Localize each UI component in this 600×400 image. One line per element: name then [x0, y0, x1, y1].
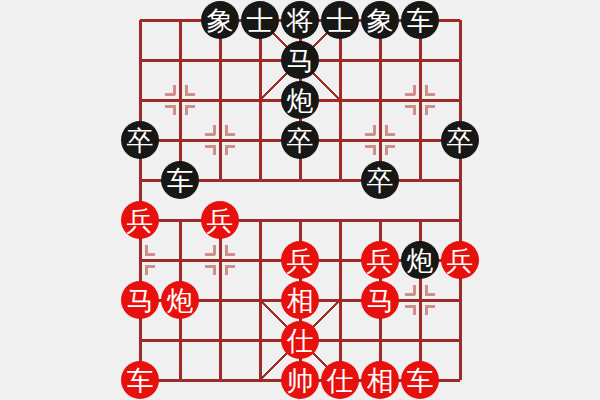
- board-point[interactable]: 相: [360, 360, 400, 400]
- black-piece-卒[interactable]: 卒: [441, 121, 479, 159]
- board-point[interactable]: [440, 320, 480, 360]
- board-point[interactable]: 车: [160, 160, 200, 200]
- board-point[interactable]: 卒: [440, 120, 480, 160]
- black-piece-炮[interactable]: 炮: [281, 81, 319, 119]
- board-point[interactable]: [360, 200, 400, 240]
- board-point[interactable]: [320, 160, 360, 200]
- red-piece-仕[interactable]: 仕: [281, 321, 319, 359]
- board-point[interactable]: [400, 120, 440, 160]
- board-point[interactable]: [240, 80, 280, 120]
- board-point[interactable]: [160, 360, 200, 400]
- board-point[interactable]: [440, 40, 480, 80]
- board-point[interactable]: [400, 320, 440, 360]
- board-point[interactable]: [400, 280, 440, 320]
- board-point[interactable]: 仕: [280, 320, 320, 360]
- black-piece-士[interactable]: 士: [321, 1, 359, 39]
- board-point[interactable]: [240, 160, 280, 200]
- board-point[interactable]: [400, 160, 440, 200]
- red-piece-车[interactable]: 车: [121, 361, 159, 399]
- board-point[interactable]: [440, 360, 480, 400]
- red-piece-帅[interactable]: 帅: [281, 361, 319, 399]
- board-point[interactable]: [200, 320, 240, 360]
- board-point[interactable]: 车: [400, 0, 440, 40]
- board-point[interactable]: 车: [120, 360, 160, 400]
- board-point[interactable]: 象: [200, 0, 240, 40]
- board-point[interactable]: 车: [400, 360, 440, 400]
- board-point[interactable]: 象: [360, 0, 400, 40]
- board-point[interactable]: 炮: [160, 280, 200, 320]
- board-point[interactable]: 卒: [280, 120, 320, 160]
- board-point[interactable]: [240, 40, 280, 80]
- board-point[interactable]: [240, 360, 280, 400]
- board-grid[interactable]: 象士将士象车马炮卒卒卒车卒兵兵兵兵炮兵马炮相马仕车帅仕相车: [120, 0, 480, 400]
- board-point[interactable]: [120, 40, 160, 80]
- black-piece-炮[interactable]: 炮: [401, 241, 439, 279]
- board-point[interactable]: [200, 80, 240, 120]
- board-point[interactable]: [240, 320, 280, 360]
- board-point[interactable]: 仕: [320, 360, 360, 400]
- board-point[interactable]: 马: [120, 280, 160, 320]
- board-point[interactable]: [320, 320, 360, 360]
- board-point[interactable]: [160, 120, 200, 160]
- board-point[interactable]: 兵: [360, 240, 400, 280]
- board-point[interactable]: [240, 240, 280, 280]
- board-point[interactable]: [160, 0, 200, 40]
- red-piece-马[interactable]: 马: [121, 281, 159, 319]
- board-point[interactable]: [160, 80, 200, 120]
- board-point[interactable]: 卒: [360, 160, 400, 200]
- board-point[interactable]: [320, 200, 360, 240]
- board-point[interactable]: 炮: [400, 240, 440, 280]
- board-point[interactable]: 卒: [120, 120, 160, 160]
- board-point[interactable]: 相: [280, 280, 320, 320]
- black-piece-象[interactable]: 象: [201, 1, 239, 39]
- board-point[interactable]: [440, 200, 480, 240]
- board-point[interactable]: 马: [280, 40, 320, 80]
- board-point[interactable]: [320, 280, 360, 320]
- board-point[interactable]: [160, 240, 200, 280]
- red-piece-车[interactable]: 车: [401, 361, 439, 399]
- xiangqi-board: 象士将士象车马炮卒卒卒车卒兵兵兵兵炮兵马炮相马仕车帅仕相车: [0, 0, 600, 400]
- black-piece-车[interactable]: 车: [161, 161, 199, 199]
- board-point[interactable]: [320, 240, 360, 280]
- board-point[interactable]: [320, 40, 360, 80]
- board-point[interactable]: [120, 80, 160, 120]
- board-point[interactable]: [200, 240, 240, 280]
- board-point[interactable]: 兵: [120, 200, 160, 240]
- black-piece-马[interactable]: 马: [281, 41, 319, 79]
- board-point[interactable]: [440, 0, 480, 40]
- black-piece-象[interactable]: 象: [361, 1, 399, 39]
- red-piece-炮[interactable]: 炮: [161, 281, 199, 319]
- board-point[interactable]: [240, 280, 280, 320]
- black-piece-卒[interactable]: 卒: [281, 121, 319, 159]
- black-piece-卒[interactable]: 卒: [361, 161, 399, 199]
- black-piece-卒[interactable]: 卒: [121, 121, 159, 159]
- board-point[interactable]: [200, 160, 240, 200]
- red-piece-兵[interactable]: 兵: [441, 241, 479, 279]
- board-point[interactable]: [400, 40, 440, 80]
- board-point[interactable]: [400, 200, 440, 240]
- board-point[interactable]: [200, 120, 240, 160]
- board-point[interactable]: [280, 160, 320, 200]
- board-point[interactable]: [280, 200, 320, 240]
- black-piece-将[interactable]: 将: [281, 1, 319, 39]
- board-point[interactable]: [360, 40, 400, 80]
- board-point[interactable]: [400, 80, 440, 120]
- board-point[interactable]: [200, 280, 240, 320]
- red-piece-仕[interactable]: 仕: [321, 361, 359, 399]
- board-point[interactable]: [440, 80, 480, 120]
- board-point[interactable]: [200, 360, 240, 400]
- board-point[interactable]: 马: [360, 280, 400, 320]
- board-point[interactable]: 兵: [200, 200, 240, 240]
- board-point[interactable]: 士: [240, 0, 280, 40]
- board-point[interactable]: 炮: [280, 80, 320, 120]
- red-piece-相[interactable]: 相: [361, 361, 399, 399]
- red-piece-相[interactable]: 相: [281, 281, 319, 319]
- board-point[interactable]: 兵: [280, 240, 320, 280]
- red-piece-兵[interactable]: 兵: [201, 201, 239, 239]
- black-piece-车[interactable]: 车: [401, 1, 439, 39]
- board-point[interactable]: [160, 40, 200, 80]
- board-point[interactable]: [160, 200, 200, 240]
- red-piece-兵[interactable]: 兵: [361, 241, 399, 279]
- board-point[interactable]: 将: [280, 0, 320, 40]
- board-point[interactable]: [440, 280, 480, 320]
- board-point[interactable]: [240, 120, 280, 160]
- board-point[interactable]: [240, 200, 280, 240]
- board-point[interactable]: [360, 320, 400, 360]
- board-point[interactable]: 士: [320, 0, 360, 40]
- board-point[interactable]: [160, 320, 200, 360]
- board-point[interactable]: [320, 120, 360, 160]
- board-point[interactable]: 兵: [440, 240, 480, 280]
- board-point[interactable]: [360, 80, 400, 120]
- board-point[interactable]: [120, 240, 160, 280]
- board-point[interactable]: [320, 80, 360, 120]
- board-point[interactable]: 帅: [280, 360, 320, 400]
- black-piece-士[interactable]: 士: [241, 1, 279, 39]
- board-point[interactable]: [120, 160, 160, 200]
- red-piece-马[interactable]: 马: [361, 281, 399, 319]
- board-point[interactable]: [360, 120, 400, 160]
- board-point[interactable]: [120, 0, 160, 40]
- red-piece-兵[interactable]: 兵: [121, 201, 159, 239]
- board-point[interactable]: [120, 320, 160, 360]
- board-point[interactable]: [440, 160, 480, 200]
- board-point[interactable]: [200, 40, 240, 80]
- red-piece-兵[interactable]: 兵: [281, 241, 319, 279]
